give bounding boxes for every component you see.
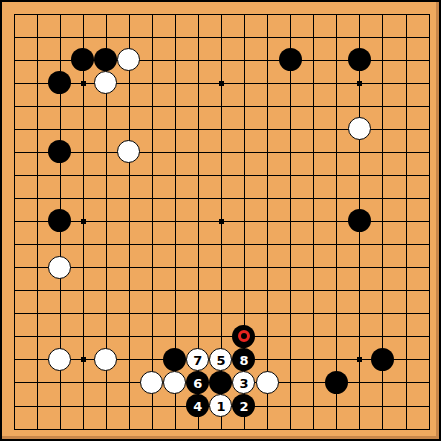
stone-black (348, 48, 371, 71)
stone-black (325, 371, 348, 394)
circle-mark-icon (238, 330, 250, 342)
move-number-label: 4 (193, 399, 202, 412)
stone-white (117, 140, 140, 163)
move-number-label: 3 (239, 376, 248, 389)
stone-white: 5 (209, 348, 232, 371)
stone-white: 1 (209, 394, 232, 417)
move-number-label: 5 (216, 353, 225, 366)
stone-white (348, 117, 371, 140)
move-number-label: 7 (193, 353, 202, 366)
go-board: 75863412 (0, 0, 441, 441)
stone-white (163, 371, 186, 394)
stone-black: 2 (232, 394, 255, 417)
stone-white (117, 48, 140, 71)
stone-white (48, 256, 71, 279)
stone-black (348, 209, 371, 232)
stone-black: 6 (186, 371, 209, 394)
stone-black (71, 48, 94, 71)
move-number-label: 2 (239, 399, 248, 412)
go-diagram: 75863412 (0, 0, 441, 441)
stone-white (140, 371, 163, 394)
stone-black (209, 371, 232, 394)
stone-black (163, 348, 186, 371)
move-number-label: 8 (239, 353, 248, 366)
stone-white (256, 371, 279, 394)
stone-black (48, 140, 71, 163)
stone-black (48, 71, 71, 94)
stone-black (94, 48, 117, 71)
stone-black (279, 48, 302, 71)
stone-black (48, 209, 71, 232)
stone-white (94, 71, 117, 94)
stone-white: 3 (232, 371, 255, 394)
move-number-label: 1 (216, 399, 225, 412)
stone-white (48, 348, 71, 371)
stones-layer: 75863412 (2, 2, 439, 439)
stone-black: 4 (186, 394, 209, 417)
stone-black (371, 348, 394, 371)
stone-black: 8 (232, 348, 255, 371)
stone-white: 7 (186, 348, 209, 371)
stone-black (232, 325, 255, 348)
move-number-label: 6 (193, 376, 202, 389)
stone-white (94, 348, 117, 371)
